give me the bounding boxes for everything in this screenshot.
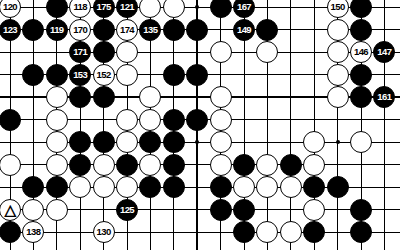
stone-black [22,64,44,86]
star-point [195,5,199,9]
move-number: 125 [120,205,134,215]
stone-white [350,131,372,153]
stone-white [256,154,278,176]
stone-white [210,109,232,131]
stone-black-move-135: 135 [139,19,161,41]
stone-white [256,176,278,198]
stone-white-move-146: 146 [350,41,372,63]
stone-black [139,176,161,198]
stone-white [327,86,349,108]
move-number: 121 [120,2,134,12]
stone-white [233,176,255,198]
move-number: 161 [377,92,391,102]
move-number: 138 [26,227,40,237]
stone-white [210,86,232,108]
stone-white-move-152: 152 [93,64,115,86]
stone-black-move-147: 147 [373,41,395,63]
stone-white [327,41,349,63]
stone-black [69,131,91,153]
stone-black [0,221,21,243]
stone-white [256,41,278,63]
move-number: 147 [377,47,391,57]
stone-white [210,41,232,63]
stone-black [46,0,68,18]
stone-black-move-153: 153 [69,64,91,86]
stone-white [46,86,68,108]
stone-white [46,199,68,221]
move-number: 150 [331,2,345,12]
move-number: 120 [3,2,17,12]
stone-black [303,221,325,243]
stone-black-move-121: 121 [116,0,138,18]
stone-white [303,131,325,153]
stone-black [163,64,185,86]
stone-black [0,109,21,131]
stone-white [46,109,68,131]
stone-white [116,109,138,131]
stone-black [210,0,232,18]
stone-black [210,199,232,221]
move-number: 123 [3,25,17,35]
stone-black [350,199,372,221]
stone-black [163,154,185,176]
stone-black [186,109,208,131]
move-number: 175 [97,2,111,12]
stone-white [327,64,349,86]
stone-black [350,86,372,108]
stone-white [280,176,302,198]
stone-black [186,19,208,41]
stone-white [210,131,232,153]
stone-white [116,176,138,198]
stone-black [327,176,349,198]
stone-black [93,86,115,108]
stone-black [303,176,325,198]
stone-black-move-161: 161 [373,86,395,108]
stone-black [256,19,278,41]
stone-white-move-138: 138 [22,221,44,243]
stone-black [163,19,185,41]
stone-white [116,41,138,63]
star-point [195,140,199,144]
stone-white-move-150: 150 [327,0,349,18]
stone-black-move-171: 171 [69,41,91,63]
grid-line-vertical [384,0,385,250]
stone-white [139,154,161,176]
triangle-marker: △ [5,202,16,217]
stone-black-move-125: 125 [116,199,138,221]
stone-white [303,154,325,176]
move-number: 149 [237,25,251,35]
move-number: 130 [97,227,111,237]
move-number: 171 [73,47,87,57]
stone-black [93,131,115,153]
stone-black [69,154,91,176]
stone-black [163,109,185,131]
stone-white-move-130: 130 [93,221,115,243]
stone-black-move-167: 167 [233,0,255,18]
stone-black [93,41,115,63]
move-number: 170 [73,25,87,35]
stone-white: △ [0,199,21,221]
stone-white [280,221,302,243]
stone-white [116,64,138,86]
stone-white [46,154,68,176]
stone-black [350,64,372,86]
stone-black [22,19,44,41]
stone-white-move-170: 170 [69,19,91,41]
stone-black [46,176,68,198]
go-board: 1201181751211671501231191701741351491711… [0,0,400,250]
stone-black [163,131,185,153]
stone-white [303,199,325,221]
stone-black [350,19,372,41]
stone-black [22,176,44,198]
stone-black [280,154,302,176]
stone-black [186,64,208,86]
move-number: 167 [237,2,251,12]
move-number: 152 [97,70,111,80]
stone-white-move-118: 118 [69,0,91,18]
stone-black-move-123: 123 [0,19,21,41]
stone-black [350,0,372,18]
stone-black [93,19,115,41]
stone-black [46,64,68,86]
stone-white [116,131,138,153]
stone-black-move-175: 175 [93,0,115,18]
star-point [336,140,340,144]
stone-black [116,154,138,176]
stone-white [139,0,161,18]
stone-black [210,176,232,198]
stone-white [163,0,185,18]
stone-black-move-119: 119 [46,19,68,41]
stone-black [233,221,255,243]
grid-line-horizontal [0,232,400,233]
stone-white-move-120: 120 [0,0,21,18]
move-number: 119 [50,25,64,35]
stone-white [256,221,278,243]
move-number: 118 [73,2,87,12]
stone-black [233,154,255,176]
stone-white-move-174: 174 [116,19,138,41]
stone-white [0,154,21,176]
move-number: 153 [73,70,87,80]
move-number: 135 [143,25,157,35]
stone-white [139,86,161,108]
move-number: 146 [354,47,368,57]
stone-black [233,199,255,221]
stone-black-move-149: 149 [233,19,255,41]
stone-white [139,109,161,131]
stone-white [93,154,115,176]
move-number: 174 [120,25,134,35]
stone-white [327,19,349,41]
stone-black [139,131,161,153]
stone-white [93,176,115,198]
stone-white [210,154,232,176]
stone-white [46,131,68,153]
stone-white [22,199,44,221]
stone-white [69,176,91,198]
stone-black [163,176,185,198]
grid-line-vertical [290,0,291,250]
stone-black [350,221,372,243]
stone-black [69,86,91,108]
